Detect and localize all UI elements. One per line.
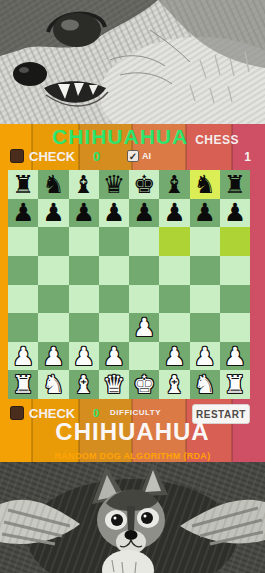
piece-black-pawn: ♟ — [193, 200, 215, 225]
square-g7[interactable]: ♟ — [190, 199, 220, 228]
piece-white-bishop: ♝ — [163, 372, 185, 397]
piece-white-queen: ♛ — [103, 372, 125, 397]
square-h6[interactable] — [220, 227, 250, 256]
square-c5[interactable] — [69, 256, 99, 285]
square-f6[interactable] — [159, 227, 189, 256]
square-h1[interactable]: ♜ — [220, 370, 250, 399]
piece-black-queen: ♛ — [103, 172, 125, 197]
square-b2[interactable]: ♟ — [38, 342, 68, 371]
page-subtitle: CHESS — [195, 133, 239, 147]
square-f2[interactable]: ♟ — [159, 342, 189, 371]
square-b6[interactable] — [38, 227, 68, 256]
square-h7[interactable]: ♟ — [220, 199, 250, 228]
piece-white-pawn: ♟ — [133, 315, 155, 340]
bottom-dog-photo — [0, 462, 265, 573]
square-c4[interactable] — [69, 285, 99, 314]
piece-white-pawn: ♟ — [12, 344, 34, 369]
square-g1[interactable]: ♞ — [190, 370, 220, 399]
square-d5[interactable] — [99, 256, 129, 285]
piece-black-pawn: ♟ — [133, 200, 155, 225]
piece-black-pawn: ♟ — [103, 200, 125, 225]
piece-white-knight: ♞ — [193, 372, 215, 397]
piece-white-rook: ♜ — [12, 372, 34, 397]
square-d8[interactable]: ♛ — [99, 170, 129, 199]
square-h5[interactable] — [220, 256, 250, 285]
move-counter: 1 — [244, 150, 251, 164]
piece-white-king: ♚ — [133, 372, 155, 397]
piece-black-king: ♚ — [133, 172, 155, 197]
square-d1[interactable]: ♛ — [99, 370, 129, 399]
square-h4[interactable] — [220, 285, 250, 314]
top-controls: CHECK 0 ✓ AI 1 — [0, 147, 265, 169]
square-g2[interactable]: ♟ — [190, 342, 220, 371]
piece-white-knight: ♞ — [42, 372, 64, 397]
square-b3[interactable] — [38, 313, 68, 342]
piece-black-pawn: ♟ — [12, 200, 34, 225]
square-b8[interactable]: ♞ — [38, 170, 68, 199]
piece-white-rook: ♜ — [224, 372, 246, 397]
square-c3[interactable] — [69, 313, 99, 342]
square-f4[interactable] — [159, 285, 189, 314]
piece-black-bishop: ♝ — [72, 172, 94, 197]
piece-white-pawn: ♟ — [193, 344, 215, 369]
square-h3[interactable] — [220, 313, 250, 342]
square-a4[interactable] — [8, 285, 38, 314]
square-f1[interactable]: ♝ — [159, 370, 189, 399]
square-c7[interactable]: ♟ — [69, 199, 99, 228]
square-e4[interactable] — [129, 285, 159, 314]
square-d7[interactable]: ♟ — [99, 199, 129, 228]
difficulty-label: DIFFICULTY — [110, 408, 161, 417]
check-checkbox-top[interactable] — [10, 149, 24, 163]
check-label-top: CHECK — [29, 149, 75, 164]
square-e3[interactable]: ♟ — [129, 313, 159, 342]
square-c8[interactable]: ♝ — [69, 170, 99, 199]
square-e1[interactable]: ♚ — [129, 370, 159, 399]
piece-white-pawn: ♟ — [103, 344, 125, 369]
piece-black-pawn: ♟ — [163, 200, 185, 225]
chess-board: ♜♞♝♛♚♝♞♜♟♟♟♟♟♟♟♟♟♟♟♟♟♟♟♟♜♞♝♛♚♝♞♜ — [8, 170, 250, 399]
piece-black-knight: ♞ — [193, 172, 215, 197]
square-g8[interactable]: ♞ — [190, 170, 220, 199]
square-a6[interactable] — [8, 227, 38, 256]
square-a8[interactable]: ♜ — [8, 170, 38, 199]
square-g6[interactable] — [190, 227, 220, 256]
square-c6[interactable] — [69, 227, 99, 256]
page-title: CHIHUAHUA — [52, 125, 188, 149]
piece-white-pawn: ♟ — [42, 344, 64, 369]
piece-white-pawn: ♟ — [224, 344, 246, 369]
piece-white-bishop: ♝ — [72, 372, 94, 397]
square-f8[interactable]: ♝ — [159, 170, 189, 199]
square-a7[interactable]: ♟ — [8, 199, 38, 228]
square-h2[interactable]: ♟ — [220, 342, 250, 371]
square-e8[interactable]: ♚ — [129, 170, 159, 199]
square-e5[interactable] — [129, 256, 159, 285]
ai-label: AI — [142, 151, 151, 161]
square-d4[interactable] — [99, 285, 129, 314]
top-dog-photo — [0, 0, 265, 124]
square-b1[interactable]: ♞ — [38, 370, 68, 399]
piece-black-bishop: ♝ — [163, 172, 185, 197]
square-b5[interactable] — [38, 256, 68, 285]
square-d2[interactable]: ♟ — [99, 342, 129, 371]
piece-black-rook: ♜ — [12, 172, 34, 197]
main-panel: CHIHUAHUA CHESS CHECK 0 ✓ AI 1 ♜♞♝♛♚♝♞♜♟… — [0, 124, 265, 462]
ai-checkbox-checked-icon[interactable]: ✓ — [127, 150, 139, 162]
piece-white-pawn: ♟ — [163, 344, 185, 369]
piece-black-pawn: ♟ — [72, 200, 94, 225]
piece-black-pawn: ♟ — [224, 200, 246, 225]
square-d6[interactable] — [99, 227, 129, 256]
square-a1[interactable]: ♜ — [8, 370, 38, 399]
piece-black-rook: ♜ — [224, 172, 246, 197]
square-d3[interactable] — [99, 313, 129, 342]
check-count-top: 0 — [93, 149, 100, 164]
square-a3[interactable] — [8, 313, 38, 342]
header: CHIHUAHUA CHESS — [0, 125, 265, 148]
square-b7[interactable]: ♟ — [38, 199, 68, 228]
square-g4[interactable] — [190, 285, 220, 314]
piece-black-knight: ♞ — [42, 172, 64, 197]
square-f7[interactable]: ♟ — [159, 199, 189, 228]
square-c2[interactable]: ♟ — [69, 342, 99, 371]
piece-white-pawn: ♟ — [72, 344, 94, 369]
square-b4[interactable] — [38, 285, 68, 314]
footer-title: CHIHUAHUA — [0, 418, 265, 446]
square-g5[interactable] — [190, 256, 220, 285]
square-a2[interactable]: ♟ — [8, 342, 38, 371]
square-f3[interactable] — [159, 313, 189, 342]
ai-toggle[interactable]: ✓ AI — [127, 150, 151, 162]
square-e6[interactable] — [129, 227, 159, 256]
algorithm-label: RANDOM DOG ALGORITHM (RDA) — [0, 451, 265, 461]
piece-black-pawn: ♟ — [42, 200, 64, 225]
square-c1[interactable]: ♝ — [69, 370, 99, 399]
square-e2[interactable] — [129, 342, 159, 371]
square-e7[interactable]: ♟ — [129, 199, 159, 228]
square-f5[interactable] — [159, 256, 189, 285]
square-g3[interactable] — [190, 313, 220, 342]
square-h8[interactable]: ♜ — [220, 170, 250, 199]
square-a5[interactable] — [8, 256, 38, 285]
